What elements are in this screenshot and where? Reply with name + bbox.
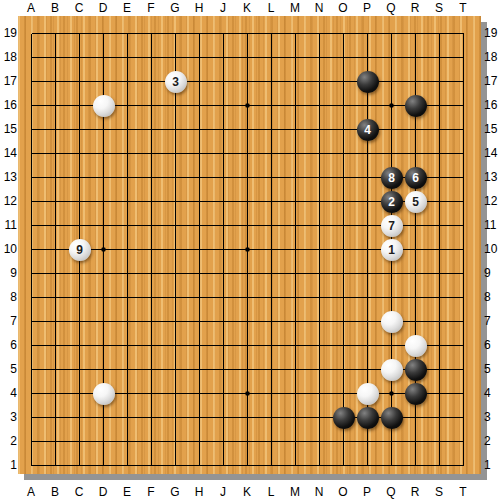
stone-white-Q5[interactable] (381, 359, 403, 381)
col-label-bottom-O: O (338, 485, 347, 499)
col-label-top-G: G (170, 1, 179, 15)
col-label-top-C: C (75, 1, 84, 15)
row-label-right-12: 12 (484, 194, 500, 208)
row-label-right-3: 3 (484, 410, 500, 424)
goban[interactable]: 348625719 (18, 16, 481, 474)
stone-white-G17[interactable]: 3 (165, 71, 187, 93)
stone-black-P17[interactable] (357, 71, 379, 93)
col-label-bottom-B: B (51, 485, 59, 499)
col-label-top-P: P (363, 1, 371, 15)
row-label-right-16: 16 (484, 98, 500, 112)
col-label-top-A: A (27, 1, 35, 15)
row-label-left-13: 13 (0, 170, 17, 184)
row-label-right-1: 1 (484, 458, 500, 472)
stone-white-C10[interactable]: 9 (69, 239, 91, 261)
col-label-bottom-R: R (411, 485, 420, 499)
col-label-top-R: R (411, 1, 420, 15)
col-label-top-L: L (268, 1, 275, 15)
row-label-left-14: 14 (0, 146, 17, 160)
row-label-left-7: 7 (0, 314, 17, 328)
col-label-bottom-N: N (315, 485, 324, 499)
col-label-bottom-L: L (268, 485, 275, 499)
row-label-left-1: 1 (0, 458, 17, 472)
stone-white-P4[interactable] (357, 383, 379, 405)
col-label-top-H: H (195, 1, 204, 15)
col-label-top-Q: Q (386, 1, 395, 15)
row-label-left-11: 11 (0, 218, 17, 232)
stone-black-Q12[interactable]: 2 (381, 191, 403, 213)
col-label-top-N: N (315, 1, 324, 15)
go-diagram: 348625719 AABBCCDDEEFFGGHHJJKKLLMMNNOOPP… (0, 0, 500, 500)
row-label-left-12: 12 (0, 194, 17, 208)
stone-black-Q3[interactable] (381, 407, 403, 429)
stone-number: 8 (381, 167, 403, 189)
col-label-bottom-K: K (243, 485, 251, 499)
row-label-right-17: 17 (484, 74, 500, 88)
stone-white-D16[interactable] (93, 95, 115, 117)
stone-black-R4[interactable] (405, 383, 427, 405)
col-label-bottom-A: A (27, 485, 35, 499)
stone-white-Q10[interactable]: 1 (381, 239, 403, 261)
stone-white-R6[interactable] (405, 335, 427, 357)
col-label-bottom-C: C (75, 485, 84, 499)
row-label-right-4: 4 (484, 386, 500, 400)
col-label-top-T: T (459, 1, 466, 15)
row-label-left-2: 2 (0, 434, 17, 448)
row-label-left-19: 19 (0, 26, 17, 40)
stone-white-R12[interactable]: 5 (405, 191, 427, 213)
stone-black-R13[interactable]: 6 (405, 167, 427, 189)
row-label-right-14: 14 (484, 146, 500, 160)
stone-number: 1 (381, 239, 403, 261)
row-label-left-10: 10 (0, 242, 17, 256)
col-label-bottom-T: T (459, 485, 466, 499)
col-label-bottom-H: H (195, 485, 204, 499)
stone-number: 9 (69, 239, 91, 261)
stone-white-D4[interactable] (93, 383, 115, 405)
stone-black-R5[interactable] (405, 359, 427, 381)
stone-number: 5 (405, 191, 427, 213)
col-label-bottom-S: S (435, 485, 443, 499)
col-label-top-E: E (123, 1, 131, 15)
row-label-left-8: 8 (0, 290, 17, 304)
col-label-bottom-Q: Q (386, 485, 395, 499)
row-label-right-10: 10 (484, 242, 500, 256)
stone-black-P3[interactable] (357, 407, 379, 429)
row-label-right-15: 15 (484, 122, 500, 136)
col-label-bottom-P: P (363, 485, 371, 499)
col-label-bottom-M: M (290, 485, 300, 499)
col-label-top-J: J (220, 1, 226, 15)
row-label-right-8: 8 (484, 290, 500, 304)
row-label-left-3: 3 (0, 410, 17, 424)
stone-number: 2 (381, 191, 403, 213)
stone-white-Q7[interactable] (381, 311, 403, 333)
stone-black-Q13[interactable]: 8 (381, 167, 403, 189)
row-label-right-5: 5 (484, 362, 500, 376)
row-label-left-17: 17 (0, 74, 17, 88)
stone-white-Q11[interactable]: 7 (381, 215, 403, 237)
stone-number: 6 (405, 167, 427, 189)
row-label-left-9: 9 (0, 266, 17, 280)
row-label-right-13: 13 (484, 170, 500, 184)
row-label-left-18: 18 (0, 50, 17, 64)
stone-number: 3 (165, 71, 187, 93)
row-label-right-19: 19 (484, 26, 500, 40)
stone-number: 4 (357, 119, 379, 141)
row-label-left-16: 16 (0, 98, 17, 112)
row-label-right-11: 11 (484, 218, 500, 232)
stone-black-R16[interactable] (405, 95, 427, 117)
col-label-top-F: F (147, 1, 154, 15)
col-label-bottom-F: F (147, 485, 154, 499)
row-label-left-6: 6 (0, 338, 17, 352)
row-label-left-15: 15 (0, 122, 17, 136)
col-label-bottom-G: G (170, 485, 179, 499)
stone-black-P15[interactable]: 4 (357, 119, 379, 141)
col-label-top-D: D (99, 1, 108, 15)
col-label-bottom-D: D (99, 485, 108, 499)
row-label-right-7: 7 (484, 314, 500, 328)
row-label-right-9: 9 (484, 266, 500, 280)
col-label-top-M: M (290, 1, 300, 15)
stone-black-O3[interactable] (333, 407, 355, 429)
col-label-top-S: S (435, 1, 443, 15)
stone-number: 7 (381, 215, 403, 237)
row-label-right-18: 18 (484, 50, 500, 64)
col-label-bottom-E: E (123, 485, 131, 499)
col-label-top-B: B (51, 1, 59, 15)
col-label-bottom-J: J (220, 485, 226, 499)
row-label-right-6: 6 (484, 338, 500, 352)
col-label-top-O: O (338, 1, 347, 15)
col-label-top-K: K (243, 1, 251, 15)
row-label-right-2: 2 (484, 434, 500, 448)
row-label-left-4: 4 (0, 386, 17, 400)
row-label-left-5: 5 (0, 362, 17, 376)
